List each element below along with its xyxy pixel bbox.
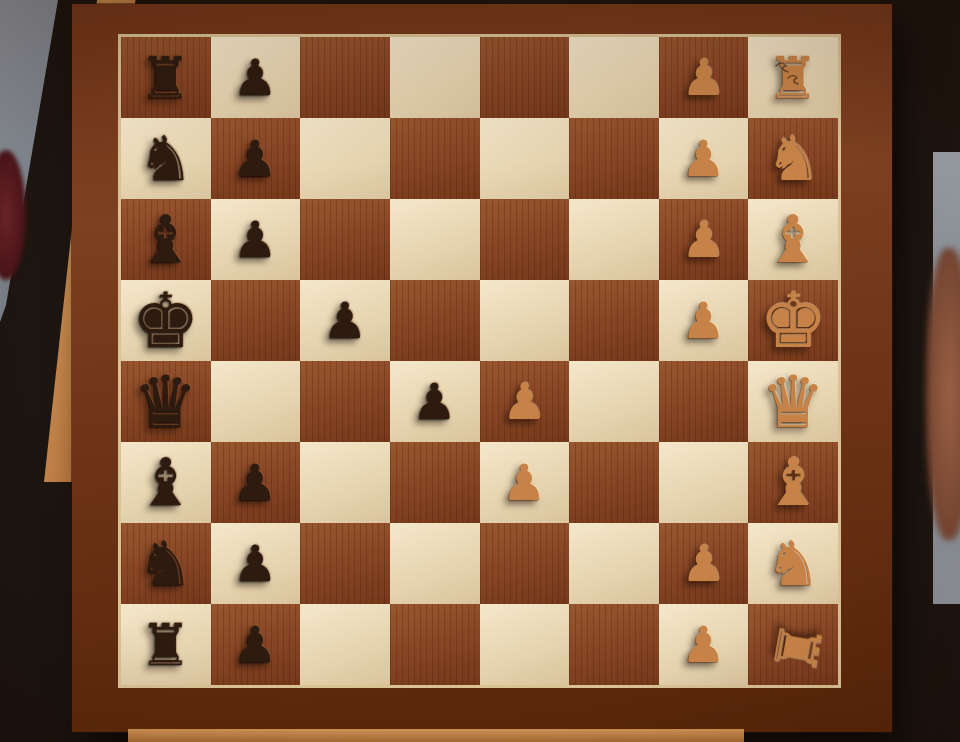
square-c3[interactable] (569, 442, 659, 523)
square-a5[interactable] (390, 604, 480, 685)
white-king[interactable]: ♚ (759, 283, 827, 359)
square-f1[interactable]: ♝ (748, 199, 838, 280)
square-h7[interactable]: ♟ (211, 37, 301, 118)
square-h5[interactable] (390, 37, 480, 118)
table-oak-edge-bottom (128, 729, 744, 742)
square-e3[interactable] (569, 280, 659, 361)
square-d5[interactable]: ♟ (390, 361, 480, 442)
black-knight[interactable]: ♞ (138, 128, 194, 190)
square-d3[interactable] (569, 361, 659, 442)
black-pawn[interactable]: ♟ (323, 296, 368, 346)
square-g1[interactable]: ♞ (748, 118, 838, 199)
black-rook[interactable]: ♜ (140, 49, 192, 107)
white-pawn[interactable]: ♟ (681, 215, 726, 265)
square-d8[interactable]: ♛ (121, 361, 211, 442)
square-a7[interactable]: ♟ (211, 604, 301, 685)
black-pawn[interactable]: ♟ (233, 620, 278, 670)
black-bishop[interactable]: ♝ (136, 450, 195, 516)
square-a8[interactable]: ♜ (121, 604, 211, 685)
square-h3[interactable] (569, 37, 659, 118)
square-c6[interactable] (300, 442, 390, 523)
square-h4[interactable] (480, 37, 570, 118)
square-g5[interactable] (390, 118, 480, 199)
white-pawn[interactable]: ♟ (681, 53, 726, 103)
black-pawn[interactable]: ♟ (233, 134, 278, 184)
square-g2[interactable]: ♟ (659, 118, 749, 199)
square-e8[interactable]: ♚ (121, 280, 211, 361)
white-pawn[interactable]: ♟ (681, 620, 726, 670)
square-a2[interactable]: ♟ (659, 604, 749, 685)
square-b2[interactable]: ♟ (659, 523, 749, 604)
square-c8[interactable]: ♝ (121, 442, 211, 523)
black-pawn[interactable]: ♟ (233, 539, 278, 589)
black-pawn[interactable]: ♟ (233, 458, 278, 508)
black-pawn[interactable]: ♟ (233, 215, 278, 265)
square-b5[interactable] (390, 523, 480, 604)
black-rook[interactable]: ♜ (140, 616, 192, 674)
white-bishop[interactable]: ♝ (764, 450, 823, 516)
square-f2[interactable]: ♟ (659, 199, 749, 280)
frame-scribble (772, 56, 806, 90)
square-e6[interactable]: ♟ (300, 280, 390, 361)
black-pawn[interactable]: ♟ (412, 377, 457, 427)
square-b6[interactable] (300, 523, 390, 604)
square-c5[interactable] (390, 442, 480, 523)
square-h2[interactable]: ♟ (659, 37, 749, 118)
white-queen[interactable]: ♛ (761, 366, 826, 438)
square-g4[interactable] (480, 118, 570, 199)
square-d4[interactable]: ♟ (480, 361, 570, 442)
square-d2[interactable] (659, 361, 749, 442)
square-e5[interactable] (390, 280, 480, 361)
white-pawn[interactable]: ♟ (681, 134, 726, 184)
square-h8[interactable]: ♜ (121, 37, 211, 118)
square-g3[interactable] (569, 118, 659, 199)
square-g7[interactable]: ♟ (211, 118, 301, 199)
white-pawn[interactable]: ♟ (681, 539, 726, 589)
white-pawn[interactable]: ♟ (502, 377, 547, 427)
square-a1[interactable]: ♜ (748, 604, 838, 685)
square-d7[interactable] (211, 361, 301, 442)
square-e7[interactable] (211, 280, 301, 361)
white-pawn[interactable]: ♟ (681, 296, 726, 346)
white-knight[interactable]: ♞ (765, 128, 821, 190)
chess-board: ♜♟♟♜♞♟♟♞♝♟♟♝♚♟♟♚♛♟♟♛♝♟♟♝♞♟♟♞♜♟♟♜ (72, 4, 892, 732)
black-queen[interactable]: ♛ (134, 366, 199, 438)
square-f7[interactable]: ♟ (211, 199, 301, 280)
square-a6[interactable] (300, 604, 390, 685)
square-g8[interactable]: ♞ (121, 118, 211, 199)
square-b4[interactable] (480, 523, 570, 604)
square-d6[interactable] (300, 361, 390, 442)
square-e2[interactable]: ♟ (659, 280, 749, 361)
square-f8[interactable]: ♝ (121, 199, 211, 280)
black-knight[interactable]: ♞ (138, 533, 194, 595)
white-rook[interactable]: ♜ (764, 617, 830, 678)
square-a4[interactable] (480, 604, 570, 685)
fuzzy-blanket (926, 248, 960, 540)
square-f6[interactable] (300, 199, 390, 280)
square-f4[interactable] (480, 199, 570, 280)
square-b8[interactable]: ♞ (121, 523, 211, 604)
square-f5[interactable] (390, 199, 480, 280)
white-knight[interactable]: ♞ (765, 533, 821, 595)
white-bishop[interactable]: ♝ (764, 207, 823, 273)
square-b1[interactable]: ♞ (748, 523, 838, 604)
square-h6[interactable] (300, 37, 390, 118)
black-bishop[interactable]: ♝ (136, 207, 195, 273)
square-c7[interactable]: ♟ (211, 442, 301, 523)
square-b3[interactable] (569, 523, 659, 604)
square-d1[interactable]: ♛ (748, 361, 838, 442)
black-pawn[interactable]: ♟ (233, 53, 278, 103)
square-c1[interactable]: ♝ (748, 442, 838, 523)
board-squares: ♜♟♟♜♞♟♟♞♝♟♟♝♚♟♟♚♛♟♟♛♝♟♟♝♞♟♟♞♜♟♟♜ (118, 34, 841, 688)
square-c4[interactable]: ♟ (480, 442, 570, 523)
square-c2[interactable] (659, 442, 749, 523)
square-e1[interactable]: ♚ (748, 280, 838, 361)
square-b7[interactable]: ♟ (211, 523, 301, 604)
white-pawn[interactable]: ♟ (502, 458, 547, 508)
square-a3[interactable] (569, 604, 659, 685)
black-king[interactable]: ♚ (132, 283, 200, 359)
square-e4[interactable] (480, 280, 570, 361)
square-f3[interactable] (569, 199, 659, 280)
photo-scene: ♜♟♟♜♞♟♟♞♝♟♟♝♚♟♟♚♛♟♟♛♝♟♟♝♞♟♟♞♜♟♟♜ (0, 0, 960, 742)
square-g6[interactable] (300, 118, 390, 199)
